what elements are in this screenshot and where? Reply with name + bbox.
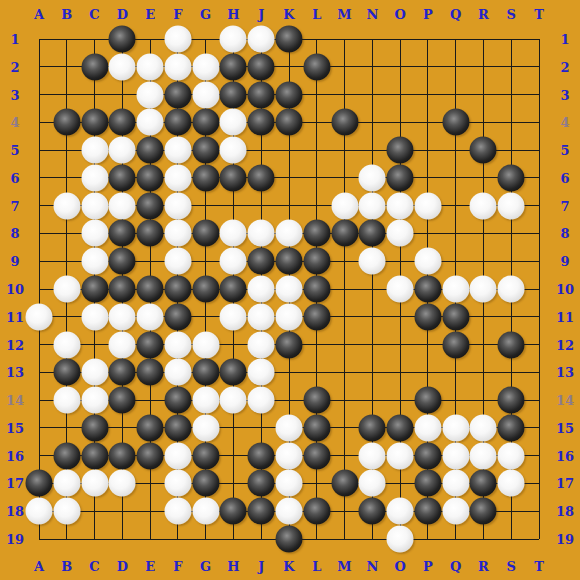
column-label-top: H [227, 8, 239, 21]
black-stone-L15 [303, 414, 330, 441]
go-board[interactable]: AABBCCDDEEFFGGHHJJKKLLMMNNOOPPQQRRSSTT11… [0, 0, 580, 580]
white-stone-A11 [26, 303, 53, 330]
row-label-left: 15 [6, 421, 24, 434]
black-stone-F3 [164, 81, 191, 108]
row-label-left: 18 [6, 505, 24, 518]
white-stone-G12 [192, 331, 219, 358]
white-stone-F12 [164, 331, 191, 358]
row-label-left: 2 [10, 60, 19, 73]
white-stone-G15 [192, 414, 219, 441]
black-stone-P17 [414, 470, 441, 497]
black-stone-J18 [248, 498, 275, 525]
row-label-right: 10 [556, 283, 574, 296]
white-stone-F2 [164, 53, 191, 80]
black-stone-E13 [137, 359, 164, 386]
white-stone-F1 [164, 26, 191, 53]
row-label-right: 12 [556, 338, 574, 351]
column-label-top: K [283, 8, 294, 21]
column-label-top: J [258, 8, 264, 21]
white-stone-F8 [164, 220, 191, 247]
column-label-bottom: A [34, 560, 44, 573]
black-stone-E10 [137, 276, 164, 303]
column-label-top: T [534, 8, 544, 21]
white-stone-K18 [276, 498, 303, 525]
column-label-bottom: P [423, 560, 433, 573]
white-stone-B10 [53, 276, 80, 303]
white-stone-F13 [164, 359, 191, 386]
black-stone-H2 [220, 53, 247, 80]
column-label-bottom: F [173, 560, 182, 573]
white-stone-S7 [498, 192, 525, 219]
white-stone-K11 [276, 303, 303, 330]
row-label-left: 8 [10, 227, 19, 240]
column-label-top: M [337, 8, 351, 21]
row-label-right: 1 [560, 33, 569, 46]
white-stone-J8 [248, 220, 275, 247]
row-label-right: 17 [556, 477, 574, 490]
white-stone-D2 [109, 53, 136, 80]
black-stone-O15 [387, 414, 414, 441]
white-stone-J14 [248, 387, 275, 414]
black-stone-C10 [81, 276, 108, 303]
row-label-left: 7 [10, 199, 19, 212]
column-label-top: C [89, 8, 99, 21]
black-stone-G5 [192, 137, 219, 164]
white-stone-Q16 [442, 442, 469, 469]
black-stone-S12 [498, 331, 525, 358]
black-stone-P18 [414, 498, 441, 525]
black-stone-D16 [109, 442, 136, 469]
white-stone-R16 [470, 442, 497, 469]
white-stone-F7 [164, 192, 191, 219]
white-stone-K10 [276, 276, 303, 303]
column-label-bottom: E [145, 560, 155, 573]
black-stone-K19 [276, 526, 303, 553]
white-stone-S10 [498, 276, 525, 303]
black-stone-G4 [192, 109, 219, 136]
black-stone-H13 [220, 359, 247, 386]
row-label-right: 11 [556, 310, 574, 323]
column-label-top: D [117, 8, 128, 21]
black-stone-N18 [359, 498, 386, 525]
white-stone-N17 [359, 470, 386, 497]
column-label-top: A [34, 8, 44, 21]
white-stone-Q10 [442, 276, 469, 303]
black-stone-B13 [53, 359, 80, 386]
white-stone-N9 [359, 248, 386, 275]
black-stone-L11 [303, 303, 330, 330]
row-label-right: 3 [560, 88, 569, 101]
black-stone-M4 [331, 109, 358, 136]
white-stone-H11 [220, 303, 247, 330]
black-stone-N8 [359, 220, 386, 247]
black-stone-G8 [192, 220, 219, 247]
white-stone-B12 [53, 331, 80, 358]
column-label-bottom: L [312, 560, 321, 573]
column-label-bottom: G [200, 560, 211, 573]
row-label-right: 2 [560, 60, 569, 73]
row-label-right: 16 [556, 449, 574, 462]
black-stone-C15 [81, 414, 108, 441]
column-label-bottom: B [61, 560, 72, 573]
row-label-left: 14 [6, 394, 24, 407]
black-stone-K4 [276, 109, 303, 136]
black-stone-E6 [137, 164, 164, 191]
row-label-right: 18 [556, 505, 574, 518]
black-stone-E5 [137, 137, 164, 164]
row-label-left: 12 [6, 338, 24, 351]
black-stone-L8 [303, 220, 330, 247]
white-stone-E2 [137, 53, 164, 80]
column-label-bottom: D [117, 560, 128, 573]
white-stone-E3 [137, 81, 164, 108]
black-stone-H6 [220, 164, 247, 191]
row-label-right: 15 [556, 421, 574, 434]
white-stone-B17 [53, 470, 80, 497]
black-stone-D6 [109, 164, 136, 191]
black-stone-L16 [303, 442, 330, 469]
black-stone-L10 [303, 276, 330, 303]
black-stone-J4 [248, 109, 275, 136]
row-label-right: 7 [560, 199, 569, 212]
column-label-bottom: J [258, 560, 264, 573]
column-label-top: S [507, 8, 516, 21]
white-stone-G18 [192, 498, 219, 525]
white-stone-C7 [81, 192, 108, 219]
black-stone-D14 [109, 387, 136, 414]
column-label-bottom: S [507, 560, 516, 573]
black-stone-D13 [109, 359, 136, 386]
white-stone-K17 [276, 470, 303, 497]
white-stone-B14 [53, 387, 80, 414]
black-stone-J17 [248, 470, 275, 497]
black-stone-S15 [498, 414, 525, 441]
column-label-bottom: C [89, 560, 99, 573]
white-stone-B7 [53, 192, 80, 219]
black-stone-D1 [109, 26, 136, 53]
white-stone-J13 [248, 359, 275, 386]
black-stone-E7 [137, 192, 164, 219]
column-label-top: R [478, 8, 489, 21]
column-label-bottom: H [227, 560, 239, 573]
white-stone-F6 [164, 164, 191, 191]
black-stone-F4 [164, 109, 191, 136]
column-label-top: G [200, 8, 211, 21]
row-label-right: 5 [560, 144, 569, 157]
black-stone-P14 [414, 387, 441, 414]
column-label-bottom: O [394, 560, 405, 573]
white-stone-C8 [81, 220, 108, 247]
column-label-top: P [423, 8, 433, 21]
row-label-right: 19 [556, 533, 574, 546]
column-label-bottom: Q [450, 560, 461, 573]
row-label-left: 17 [6, 477, 24, 490]
black-stone-C16 [81, 442, 108, 469]
row-label-left: 16 [6, 449, 24, 462]
white-stone-M7 [331, 192, 358, 219]
black-stone-D4 [109, 109, 136, 136]
black-stone-G6 [192, 164, 219, 191]
white-stone-J12 [248, 331, 275, 358]
white-stone-N6 [359, 164, 386, 191]
white-stone-C14 [81, 387, 108, 414]
row-label-right: 4 [560, 116, 569, 129]
column-label-top: F [173, 8, 182, 21]
row-label-left: 10 [6, 283, 24, 296]
white-stone-F17 [164, 470, 191, 497]
black-stone-P11 [414, 303, 441, 330]
white-stone-C6 [81, 164, 108, 191]
row-label-right: 9 [560, 255, 569, 268]
row-label-right: 14 [556, 394, 574, 407]
white-stone-O19 [387, 526, 414, 553]
black-stone-G13 [192, 359, 219, 386]
white-stone-C13 [81, 359, 108, 386]
black-stone-N15 [359, 414, 386, 441]
white-stone-H9 [220, 248, 247, 275]
white-stone-E4 [137, 109, 164, 136]
black-stone-C4 [81, 109, 108, 136]
black-stone-C2 [81, 53, 108, 80]
row-label-left: 4 [10, 116, 19, 129]
black-stone-L14 [303, 387, 330, 414]
white-stone-J1 [248, 26, 275, 53]
white-stone-K15 [276, 414, 303, 441]
row-label-left: 13 [6, 366, 24, 379]
black-stone-H3 [220, 81, 247, 108]
column-label-top: N [366, 8, 378, 21]
white-stone-Q18 [442, 498, 469, 525]
black-stone-H10 [220, 276, 247, 303]
row-label-right: 6 [560, 171, 569, 184]
row-label-left: 11 [6, 310, 24, 323]
column-label-bottom: R [478, 560, 489, 573]
black-stone-L9 [303, 248, 330, 275]
white-stone-H1 [220, 26, 247, 53]
white-stone-O7 [387, 192, 414, 219]
white-stone-Q17 [442, 470, 469, 497]
white-stone-D5 [109, 137, 136, 164]
white-stone-H14 [220, 387, 247, 414]
column-label-top: Q [450, 8, 461, 21]
white-stone-H5 [220, 137, 247, 164]
white-stone-C17 [81, 470, 108, 497]
white-stone-F5 [164, 137, 191, 164]
row-label-left: 3 [10, 88, 19, 101]
black-stone-D9 [109, 248, 136, 275]
black-stone-Q12 [442, 331, 469, 358]
column-label-bottom: K [283, 560, 294, 573]
row-label-left: 9 [10, 255, 19, 268]
white-stone-C11 [81, 303, 108, 330]
white-stone-O10 [387, 276, 414, 303]
column-label-bottom: M [337, 560, 351, 573]
black-stone-S6 [498, 164, 525, 191]
white-stone-G3 [192, 81, 219, 108]
white-stone-N16 [359, 442, 386, 469]
white-stone-K16 [276, 442, 303, 469]
white-stone-G14 [192, 387, 219, 414]
white-stone-D17 [109, 470, 136, 497]
white-stone-P15 [414, 414, 441, 441]
black-stone-G16 [192, 442, 219, 469]
grid-line-vertical [539, 39, 540, 539]
white-stone-B18 [53, 498, 80, 525]
white-stone-O8 [387, 220, 414, 247]
white-stone-R10 [470, 276, 497, 303]
black-stone-E16 [137, 442, 164, 469]
white-stone-D12 [109, 331, 136, 358]
row-label-left: 1 [10, 33, 19, 46]
black-stone-J2 [248, 53, 275, 80]
black-stone-O6 [387, 164, 414, 191]
white-stone-S16 [498, 442, 525, 469]
white-stone-N7 [359, 192, 386, 219]
black-stone-D10 [109, 276, 136, 303]
white-stone-J11 [248, 303, 275, 330]
black-stone-B16 [53, 442, 80, 469]
column-label-top: L [312, 8, 321, 21]
black-stone-G17 [192, 470, 219, 497]
black-stone-B4 [53, 109, 80, 136]
white-stone-A18 [26, 498, 53, 525]
black-stone-K9 [276, 248, 303, 275]
black-stone-J16 [248, 442, 275, 469]
white-stone-R7 [470, 192, 497, 219]
black-stone-H18 [220, 498, 247, 525]
black-stone-S14 [498, 387, 525, 414]
black-stone-Q11 [442, 303, 469, 330]
black-stone-M8 [331, 220, 358, 247]
white-stone-F9 [164, 248, 191, 275]
white-stone-K8 [276, 220, 303, 247]
black-stone-K12 [276, 331, 303, 358]
column-label-top: B [61, 8, 72, 21]
white-stone-H8 [220, 220, 247, 247]
black-stone-K3 [276, 81, 303, 108]
white-stone-F16 [164, 442, 191, 469]
white-stone-O18 [387, 498, 414, 525]
row-label-left: 19 [6, 533, 24, 546]
white-stone-C5 [81, 137, 108, 164]
column-label-top: E [145, 8, 155, 21]
black-stone-F10 [164, 276, 191, 303]
column-label-top: O [394, 8, 405, 21]
black-stone-A17 [26, 470, 53, 497]
black-stone-F11 [164, 303, 191, 330]
row-label-left: 5 [10, 144, 19, 157]
black-stone-L2 [303, 53, 330, 80]
row-label-right: 13 [556, 366, 574, 379]
black-stone-P16 [414, 442, 441, 469]
black-stone-F15 [164, 414, 191, 441]
black-stone-R17 [470, 470, 497, 497]
column-label-bottom: T [534, 560, 544, 573]
black-stone-J3 [248, 81, 275, 108]
black-stone-E8 [137, 220, 164, 247]
black-stone-E15 [137, 414, 164, 441]
black-stone-M17 [331, 470, 358, 497]
black-stone-P10 [414, 276, 441, 303]
white-stone-P7 [414, 192, 441, 219]
white-stone-S17 [498, 470, 525, 497]
black-stone-J9 [248, 248, 275, 275]
black-stone-L18 [303, 498, 330, 525]
row-label-right: 8 [560, 227, 569, 240]
white-stone-H4 [220, 109, 247, 136]
white-stone-D11 [109, 303, 136, 330]
black-stone-Q4 [442, 109, 469, 136]
white-stone-J10 [248, 276, 275, 303]
black-stone-D8 [109, 220, 136, 247]
black-stone-F14 [164, 387, 191, 414]
white-stone-R15 [470, 414, 497, 441]
black-stone-J6 [248, 164, 275, 191]
black-stone-G10 [192, 276, 219, 303]
black-stone-K1 [276, 26, 303, 53]
row-label-left: 6 [10, 171, 19, 184]
column-label-bottom: N [366, 560, 378, 573]
white-stone-F18 [164, 498, 191, 525]
black-stone-E12 [137, 331, 164, 358]
black-stone-O5 [387, 137, 414, 164]
white-stone-P9 [414, 248, 441, 275]
white-stone-Q15 [442, 414, 469, 441]
white-stone-O16 [387, 442, 414, 469]
black-stone-R5 [470, 137, 497, 164]
black-stone-R18 [470, 498, 497, 525]
white-stone-E11 [137, 303, 164, 330]
white-stone-D7 [109, 192, 136, 219]
white-stone-G2 [192, 53, 219, 80]
white-stone-C9 [81, 248, 108, 275]
